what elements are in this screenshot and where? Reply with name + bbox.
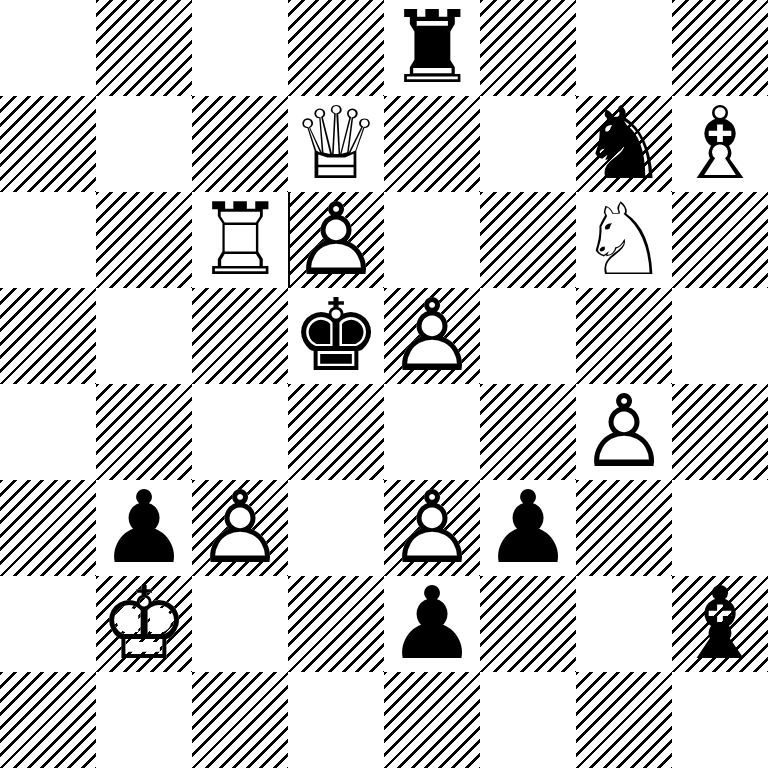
square-h3[interactable] <box>672 480 768 576</box>
square-b4[interactable] <box>96 384 192 480</box>
square-a2[interactable] <box>0 576 96 672</box>
square-c4[interactable] <box>192 384 288 480</box>
black-pawn: ♟ <box>96 480 192 576</box>
white-pawn: ♟♙ <box>576 384 672 480</box>
black-rook: ♜ <box>384 0 480 96</box>
square-e2[interactable]: ♟ <box>384 576 480 672</box>
square-b2[interactable]: ♚♔ <box>96 576 192 672</box>
square-g5[interactable] <box>576 288 672 384</box>
square-b3[interactable]: ♟ <box>96 480 192 576</box>
square-h1[interactable] <box>672 672 768 768</box>
chess-diagram: ♜♛♕♞♝♗♜♖♟♙♞♘♚♟♙♟♙♟♟♙♟♙♟♚♔♟♝ <box>0 0 768 768</box>
square-e7[interactable] <box>384 96 480 192</box>
square-a7[interactable] <box>0 96 96 192</box>
white-bishop: ♝♗ <box>672 96 768 192</box>
square-e3[interactable]: ♟♙ <box>384 480 480 576</box>
square-g1[interactable] <box>576 672 672 768</box>
square-d2[interactable] <box>288 576 384 672</box>
square-g6[interactable]: ♞♘ <box>576 192 672 288</box>
white-king: ♚♔ <box>96 576 192 672</box>
square-a1[interactable] <box>0 672 96 768</box>
square-d7[interactable]: ♛♕ <box>288 96 384 192</box>
square-c1[interactable] <box>192 672 288 768</box>
square-h4[interactable] <box>672 384 768 480</box>
square-h7[interactable]: ♝♗ <box>672 96 768 192</box>
square-f1[interactable] <box>480 672 576 768</box>
square-c6[interactable]: ♜♖ <box>192 192 288 288</box>
chess-board: ♜♛♕♞♝♗♜♖♟♙♞♘♚♟♙♟♙♟♟♙♟♙♟♚♔♟♝ <box>0 0 768 768</box>
square-f4[interactable] <box>480 384 576 480</box>
square-f8[interactable] <box>480 0 576 96</box>
square-h6[interactable] <box>672 192 768 288</box>
square-d8[interactable] <box>288 0 384 96</box>
square-f5[interactable] <box>480 288 576 384</box>
square-f7[interactable] <box>480 96 576 192</box>
square-f6[interactable] <box>480 192 576 288</box>
white-pawn: ♟♙ <box>288 192 384 288</box>
white-pawn: ♟♙ <box>384 288 480 384</box>
square-f3[interactable]: ♟ <box>480 480 576 576</box>
square-a3[interactable] <box>0 480 96 576</box>
square-g7[interactable]: ♞ <box>576 96 672 192</box>
square-b5[interactable] <box>96 288 192 384</box>
square-b7[interactable] <box>96 96 192 192</box>
square-b1[interactable] <box>96 672 192 768</box>
black-bishop: ♝ <box>672 576 768 672</box>
square-d3[interactable] <box>288 480 384 576</box>
square-a4[interactable] <box>0 384 96 480</box>
square-g3[interactable] <box>576 480 672 576</box>
square-e5[interactable]: ♟♙ <box>384 288 480 384</box>
square-h5[interactable] <box>672 288 768 384</box>
square-d4[interactable] <box>288 384 384 480</box>
white-pawn: ♟♙ <box>192 480 288 576</box>
black-king: ♚ <box>288 288 384 384</box>
black-knight: ♞ <box>576 96 672 192</box>
white-rook: ♜♖ <box>192 192 288 288</box>
square-a5[interactable] <box>0 288 96 384</box>
square-e1[interactable] <box>384 672 480 768</box>
square-a6[interactable] <box>0 192 96 288</box>
square-g2[interactable] <box>576 576 672 672</box>
square-c2[interactable] <box>192 576 288 672</box>
square-g4[interactable]: ♟♙ <box>576 384 672 480</box>
square-f2[interactable] <box>480 576 576 672</box>
square-c7[interactable] <box>192 96 288 192</box>
square-b6[interactable] <box>96 192 192 288</box>
white-knight: ♞♘ <box>576 192 672 288</box>
black-pawn: ♟ <box>384 576 480 672</box>
square-h8[interactable] <box>672 0 768 96</box>
square-d6[interactable]: ♟♙ <box>288 192 384 288</box>
square-d5[interactable]: ♚ <box>288 288 384 384</box>
white-queen: ♛♕ <box>288 96 384 192</box>
square-e6[interactable] <box>384 192 480 288</box>
square-g8[interactable] <box>576 0 672 96</box>
white-pawn: ♟♙ <box>384 480 480 576</box>
square-e8[interactable]: ♜ <box>384 0 480 96</box>
black-pawn: ♟ <box>480 480 576 576</box>
square-c8[interactable] <box>192 0 288 96</box>
square-e4[interactable] <box>384 384 480 480</box>
square-b8[interactable] <box>96 0 192 96</box>
square-h2[interactable]: ♝ <box>672 576 768 672</box>
square-a8[interactable] <box>0 0 96 96</box>
square-c3[interactable]: ♟♙ <box>192 480 288 576</box>
square-d1[interactable] <box>288 672 384 768</box>
square-c5[interactable] <box>192 288 288 384</box>
